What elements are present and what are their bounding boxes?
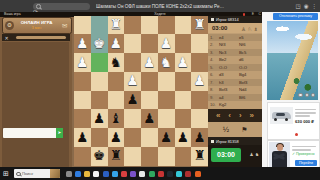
taskbar-app-icon[interactable] — [149, 171, 155, 177]
move-row: 5.O-OO-O — [208, 64, 262, 72]
black-move[interactable]: Bg4 — [239, 72, 259, 77]
search-highlight-image[interactable] — [50, 169, 60, 178]
square-b8[interactable] — [175, 147, 192, 166]
black-pawn[interactable]: ♟ — [76, 131, 88, 145]
move-number: 1. — [208, 35, 219, 40]
square-a3[interactable] — [191, 53, 208, 72]
captured-pieces-top: ♙ ♘ ♗ — [241, 26, 258, 32]
opponent-avatar — [211, 18, 214, 21]
white-pawn[interactable]: ♟ — [76, 56, 88, 70]
move-row: 10.Kg2 — [208, 101, 262, 109]
online-game-card[interactable]: ⚙ ОНЛАЙН ИГРА 3 мин ✉ — [2, 17, 72, 34]
move-row: 6.d3Bg4 — [208, 71, 262, 79]
square-c8[interactable] — [158, 147, 175, 166]
taskbar-search[interactable]: Поиск — [14, 169, 60, 178]
square-e2[interactable] — [124, 34, 141, 53]
black-move[interactable]: e5 — [239, 35, 259, 40]
square-e8[interactable] — [124, 147, 141, 166]
search-icon — [36, 4, 41, 9]
close-icon[interactable]: ✕ — [5, 35, 9, 41]
square-d4[interactable] — [141, 72, 158, 91]
square-g7[interactable] — [91, 128, 108, 147]
white-pawn[interactable]: ♟ — [160, 37, 172, 51]
verified-check: ✓ Проверено — [292, 152, 316, 156]
page-title: Шахматы Он ОФЛ шашки ПОЛЕ КОНЕ 2х2х2 шах… — [96, 3, 226, 10]
player-avatar — [211, 140, 214, 143]
carousel-dots[interactable] — [298, 93, 315, 97]
person-photo — [269, 142, 290, 167]
black-rook[interactable]: ♜ — [110, 149, 122, 163]
square-b1[interactable] — [175, 16, 192, 35]
next-move-button[interactable]: › — [239, 109, 242, 122]
square-g6[interactable]: ♟ — [91, 109, 108, 128]
taskbar-app-icon[interactable] — [75, 171, 81, 177]
taskbar-app-icon[interactable] — [84, 171, 90, 177]
white-move[interactable]: Nc3 — [219, 50, 239, 55]
square-f3[interactable]: ♞ — [108, 53, 125, 72]
white-move[interactable]: Bxf3 — [219, 87, 239, 92]
square-e5[interactable]: ♟ — [124, 91, 141, 110]
square-b5[interactable] — [175, 91, 192, 110]
move-number: 7. — [208, 80, 219, 85]
last-move-button[interactable]: » — [250, 109, 254, 122]
black-pawn[interactable]: ♟ — [127, 93, 139, 107]
black-pawn[interactable]: ♟ — [177, 131, 189, 145]
taskbar-app-icon[interactable] — [195, 171, 201, 177]
square-g4[interactable] — [91, 72, 108, 91]
square-c2[interactable]: ♟ — [158, 34, 175, 53]
move-number: 6. — [208, 72, 219, 77]
chess-board: ♜♜♟♚♟♟♟♞♟♞♟♟♟♟♟♝♟♟♟♟♟♟♚♜♜ — [74, 16, 208, 166]
square-d5[interactable] — [141, 91, 158, 110]
square-c3[interactable]: ♞ — [158, 53, 175, 72]
taskbar-app-icon[interactable] — [167, 171, 173, 177]
black-move[interactable]: O-O — [239, 65, 259, 70]
notice-bar: ✕ — [2, 34, 70, 42]
square-c5[interactable] — [158, 91, 175, 110]
square-e6[interactable] — [124, 109, 141, 128]
car-ad[interactable]: 630 000 ₽ — [267, 102, 320, 140]
taskbar-app-icons — [66, 171, 201, 177]
taskbar-app-icon[interactable] — [93, 171, 99, 177]
black-move[interactable]: Bxf3 — [239, 80, 259, 85]
square-d6[interactable]: ♟ — [141, 109, 158, 128]
player-clock-active: 03:00 — [211, 148, 241, 162]
square-a2[interactable] — [191, 34, 208, 53]
move-row: 4.Be2d6 — [208, 56, 262, 64]
square-b4[interactable] — [175, 72, 192, 91]
square-b3[interactable]: ♟ — [175, 53, 192, 72]
white-move[interactable]: O-O — [219, 65, 239, 70]
gear-icon[interactable]: ⚙ — [5, 21, 14, 30]
black-move[interactable]: d6 — [239, 57, 259, 62]
start-button[interactable]: ⊞ — [3, 170, 9, 178]
move-list: 1.e4e52.Nf3Nf63.Nc3Bc54.Be2d65.O-OO-O6.d… — [208, 34, 262, 109]
black-pawn[interactable]: ♟ — [93, 112, 105, 126]
course-ad[interactable]: ✓ Проверено Перейти — [267, 140, 320, 169]
player-clock-row: 03:00 ♟ ♞ — [208, 145, 262, 167]
ads-column: Отключить рекламу 630 000 ₽ ✓ Проверено — [262, 12, 320, 167]
photo-ad[interactable] — [267, 21, 318, 100]
square-d1[interactable] — [141, 16, 158, 35]
move-number: 4. — [208, 57, 219, 62]
square-b6[interactable] — [175, 109, 192, 128]
white-rook[interactable]: ♜ — [110, 18, 122, 32]
black-knight[interactable]: ♞ — [110, 56, 122, 70]
captured-pieces-bottom: ♟ ♞ — [250, 152, 260, 157]
black-move[interactable]: Bc5 — [239, 50, 259, 55]
move-row: 2.Nf3Nf6 — [208, 41, 262, 49]
course-ad-text: ✓ Проверено — [292, 144, 316, 156]
square-g3[interactable] — [91, 53, 108, 72]
menu-icon[interactable]: ⋮ — [312, 3, 318, 9]
first-move-button[interactable]: « — [216, 109, 220, 122]
square-c7[interactable]: ♟ — [158, 128, 175, 147]
move-number: 9. — [208, 95, 219, 100]
square-h2[interactable]: ♟ — [74, 34, 91, 53]
white-pawn[interactable]: ♟ — [76, 37, 88, 51]
white-move[interactable]: Kg2 — [219, 102, 239, 107]
square-c1[interactable] — [158, 16, 175, 35]
move-row: 1.e4e5 — [208, 34, 262, 42]
opponent-clock-row: 03:00 ♙ ♘ ♗ — [208, 23, 262, 33]
square-e4[interactable]: ♟ — [124, 72, 141, 91]
taskbar-app-icon[interactable] — [185, 171, 191, 177]
square-d2[interactable] — [141, 34, 158, 53]
taskbar-app-icon[interactable] — [176, 171, 182, 177]
taskbar: ⊞ Поиск ⌃ ▤ ♪ РУС 10:49 14.05.2025 — [0, 167, 320, 180]
chat-panel: ➤ — [2, 42, 69, 167]
profile-icon[interactable]: ◉ — [304, 3, 309, 9]
square-d3[interactable]: ♟ — [141, 53, 158, 72]
car-ad-text: 630 000 ₽ — [295, 107, 316, 124]
square-c6[interactable] — [158, 109, 175, 128]
square-f8[interactable]: ♜ — [108, 147, 125, 166]
square-h7[interactable]: ♟ — [74, 128, 91, 147]
move-number: 5. — [208, 65, 219, 70]
car-price: 630 000 ₽ — [295, 119, 316, 124]
square-h8[interactable] — [74, 147, 91, 166]
black-pawn[interactable]: ♟ — [194, 131, 206, 145]
square-f1[interactable]: ♜ — [108, 16, 125, 35]
search-icon — [16, 172, 21, 177]
taskbar-app-icon[interactable] — [139, 171, 145, 177]
white-move[interactable]: d3 — [219, 72, 239, 77]
move-number: 10. — [208, 102, 219, 107]
square-g2[interactable]: ♚ — [91, 34, 108, 53]
square-a5[interactable] — [191, 91, 208, 110]
square-b2[interactable] — [175, 34, 192, 53]
square-g5[interactable] — [91, 91, 108, 110]
square-e1[interactable] — [124, 16, 141, 35]
black-move[interactable]: Nf6 — [239, 42, 259, 47]
square-a1[interactable]: ♜ — [191, 16, 208, 35]
browser-topbar: ← → ⟳ Шахматы Он ОФЛ шашки ПОЛЕ КОНЕ 2х2… — [0, 0, 320, 12]
black-king[interactable]: ♚ — [93, 149, 105, 163]
send-button[interactable]: ➤ — [56, 128, 63, 138]
browser-actions: ◳ ◉ ⋮ — [295, 2, 317, 10]
square-b7[interactable]: ♟ — [175, 128, 192, 147]
square-c4[interactable] — [158, 72, 175, 91]
notice-pill — [16, 36, 66, 40]
square-d7[interactable] — [141, 128, 158, 147]
game-panel: Игрок 68314 03:00 ♙ ♘ ♗ 1.e4e52.Nf3Nf63.… — [208, 16, 262, 168]
taskbar-app-icon[interactable] — [66, 171, 72, 177]
opponent-clock: 03:00 — [212, 25, 227, 31]
square-d8[interactable] — [141, 147, 158, 166]
move-number: 2. — [208, 42, 219, 47]
square-a4[interactable]: ♟ — [191, 72, 208, 91]
black-pawn[interactable]: ♟ — [143, 112, 155, 126]
player-name: Игрок 81358 — [216, 139, 239, 144]
square-h4[interactable] — [74, 72, 91, 91]
white-move[interactable]: a4 — [219, 95, 239, 100]
square-a8[interactable]: ♜ — [191, 147, 208, 166]
sidebar: ⚙ ОНЛАЙН ИГРА 3 мин ✉ ✕ ➤ — [0, 17, 72, 168]
move-nav-bar: «‹›» — [208, 109, 262, 122]
black-move[interactable]: Nd4 — [239, 87, 259, 92]
car-badge-icon — [295, 133, 298, 136]
white-move[interactable]: Nf3 — [219, 42, 239, 47]
white-pawn[interactable]: ♟ — [177, 56, 189, 70]
black-pawn[interactable]: ♟ — [110, 131, 122, 145]
black-rook[interactable]: ♜ — [194, 149, 206, 163]
square-g8[interactable]: ♚ — [91, 147, 108, 166]
move-number: 3. — [208, 50, 219, 55]
ad-cta-button[interactable]: Перейти — [295, 160, 317, 166]
square-e3[interactable] — [124, 53, 141, 72]
game-actions: ½ ⚑ — [208, 122, 262, 137]
white-rook[interactable]: ♜ — [194, 18, 206, 32]
white-pawn[interactable]: ♟ — [110, 37, 122, 51]
white-king[interactable]: ♚ — [93, 37, 105, 51]
online-game-title: ОНЛАЙН ИГРА — [16, 20, 58, 25]
white-pawn[interactable]: ♟ — [143, 56, 155, 70]
square-a6[interactable] — [191, 109, 208, 128]
black-move[interactable]: Bf6 — [239, 95, 259, 100]
square-f6[interactable]: ♝ — [108, 109, 125, 128]
chat-input[interactable]: ➤ — [3, 128, 63, 138]
square-h3[interactable]: ♟ — [74, 53, 91, 72]
square-h5[interactable] — [74, 91, 91, 110]
address-bar[interactable] — [33, 3, 90, 10]
move-row: 9.a4Bf6 — [208, 94, 262, 102]
black-pawn[interactable]: ♟ — [160, 131, 172, 145]
white-knight[interactable]: ♞ — [160, 56, 172, 70]
move-row: 8.Bxf3Nd4 — [208, 86, 262, 94]
car-image — [270, 107, 293, 124]
square-h6[interactable] — [74, 109, 91, 128]
white-pawn[interactable]: ♟ — [127, 74, 139, 88]
taskbar-app-icon[interactable] — [112, 171, 118, 177]
time-control-label: 3 мин — [16, 26, 58, 30]
square-h1[interactable] — [74, 16, 91, 35]
taskbar-app-icon[interactable] — [158, 171, 164, 177]
black-bishop[interactable]: ♝ — [110, 112, 122, 126]
prev-move-button[interactable]: ‹ — [228, 109, 231, 122]
taskbar-app-icon[interactable] — [121, 171, 127, 177]
square-f5[interactable] — [108, 91, 125, 110]
square-f7[interactable]: ♟ — [108, 128, 125, 147]
disable-ads-button[interactable]: Отключить рекламу — [273, 13, 318, 20]
opponent-row: Игрок 68314 — [208, 16, 262, 23]
player-row: Игрок 81358 — [208, 137, 262, 145]
extensions-icon[interactable]: ◳ — [295, 3, 300, 9]
taskbar-app-icon[interactable] — [130, 171, 136, 177]
mail-icon[interactable]: ✉ — [62, 22, 67, 30]
square-f2[interactable]: ♟ — [108, 34, 125, 53]
move-row: 7.h3Bxf3 — [208, 79, 262, 87]
opponent-name: Игрок 68314 — [216, 17, 239, 22]
move-row: 3.Nc3Bc5 — [208, 49, 262, 57]
draw-offer-icon[interactable]: ½ — [222, 126, 229, 134]
white-move[interactable]: h3 — [219, 80, 239, 85]
white-move[interactable]: e4 — [219, 35, 239, 40]
move-number: 8. — [208, 87, 219, 92]
square-f4[interactable] — [108, 72, 125, 91]
square-e7[interactable] — [124, 128, 141, 147]
square-a7[interactable]: ♟ — [191, 128, 208, 147]
resign-flag-icon[interactable]: ⚑ — [241, 126, 247, 134]
screen: ← → ⟳ Шахматы Он ОФЛ шашки ПОЛЕ КОНЕ 2х2… — [0, 0, 320, 180]
square-g1[interactable] — [91, 16, 108, 35]
white-move[interactable]: Be2 — [219, 57, 239, 62]
taskbar-app-icon[interactable] — [103, 171, 109, 177]
white-pawn[interactable]: ♟ — [194, 74, 206, 88]
